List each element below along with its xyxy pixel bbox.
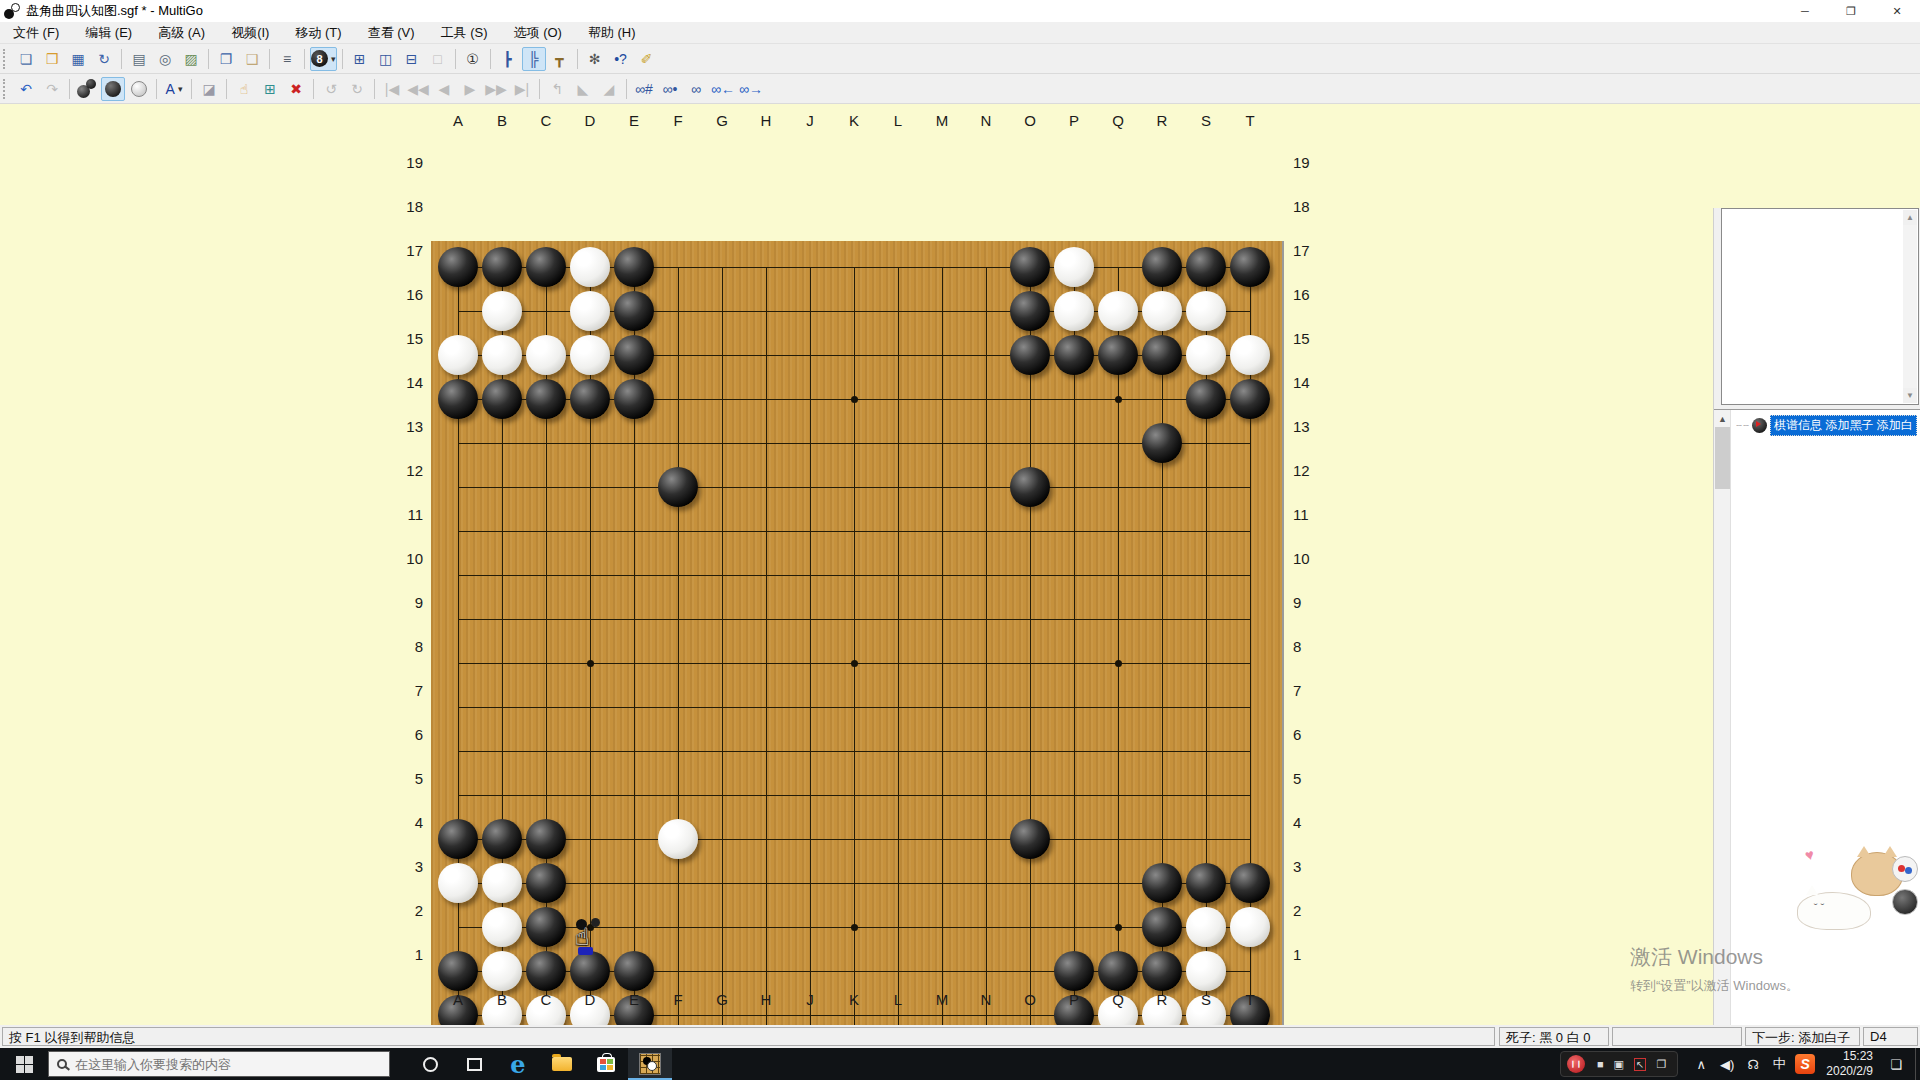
next-variation-button[interactable]: ◢: [597, 77, 621, 101]
row-label-right-7: 7: [1293, 682, 1323, 700]
scroll-thumb[interactable]: [1715, 427, 1730, 489]
col-label-top-A: A: [445, 112, 471, 130]
right-panel: ▲ ▼ ▲ ┄┄ 棋谱信息 添加黑子 添加白 ▼ ◀ ▶: [1713, 208, 1920, 1080]
row-label-left-3: 3: [393, 858, 423, 876]
volume-icon[interactable]: ◀): [1714, 1057, 1740, 1072]
menu-help[interactable]: 帮助 (H): [575, 22, 649, 44]
small-stone-icon: [86, 79, 96, 89]
row-label-right-11: 11: [1293, 506, 1323, 524]
black-stone-S16[interactable]: [1186, 379, 1226, 419]
show-desktop-button[interactable]: [1915, 1048, 1920, 1080]
black-stone-R15[interactable]: [1142, 423, 1182, 463]
menu-file[interactable]: 文件 (F): [0, 22, 72, 44]
white-stone-B5[interactable]: [482, 863, 522, 903]
black-stone-C3[interactable]: [526, 951, 566, 991]
pointer-capture-button[interactable]: ↖: [1634, 1058, 1646, 1071]
col-label-bottom-A: A: [445, 991, 471, 1009]
col-label-top-B: B: [489, 112, 515, 130]
tree-branch-dots: ┄┄: [1736, 420, 1750, 431]
find-move-number-button[interactable]: ∞#: [632, 77, 656, 101]
find-comment-button[interactable]: ∞: [684, 77, 708, 101]
toolbar-grip: [3, 79, 8, 99]
eraser-icon: ◪: [202, 82, 215, 96]
export-image-button[interactable]: ▨: [179, 47, 203, 71]
row-label-right-16: 16: [1293, 286, 1323, 304]
white-stone-S18[interactable]: [1186, 291, 1226, 331]
floating-widget-button-2[interactable]: [1892, 889, 1918, 915]
row-label-right-3: 3: [1293, 858, 1323, 876]
up-variation-icon: ↰: [551, 82, 563, 96]
find-node-icon: ∞•: [663, 82, 678, 96]
white-stone-A5[interactable]: [438, 863, 478, 903]
back-10-icon: ◀◀: [407, 82, 429, 96]
taskbar: e ❙❙ ■ ▣ ↖ ❐ ∧ ◀) ☊ 中 S 15:23 2020/2/9 ❏: [0, 1048, 1920, 1080]
mark-frame-button[interactable]: ⊞: [348, 47, 372, 71]
black-stone-O17[interactable]: [1010, 335, 1050, 375]
col-label-top-O: O: [1017, 112, 1043, 130]
forward-10-button[interactable]: ▶▶: [484, 77, 508, 101]
black-stone-R19[interactable]: [1142, 247, 1182, 287]
title-bar: 盘角曲四认知图.sgf * - MultiGo ─ ❐ ✕: [0, 0, 1920, 22]
col-label-bottom-G: G: [709, 991, 735, 1009]
black-stone-P17[interactable]: [1054, 335, 1094, 375]
go-board[interactable]: A☝: [431, 241, 1284, 1080]
col-label-top-K: K: [841, 112, 867, 130]
floating-widget-button-1[interactable]: [1892, 856, 1918, 882]
toolbar-standard: ❏❒▦↻▤◎▨❐❑≡8▾⊞◫⊟□①┣╠┳✻•?✐: [0, 44, 1920, 74]
recorder-window-button[interactable]: ❐: [1656, 1058, 1666, 1071]
toolbar-separator: [69, 79, 70, 99]
cortana-button[interactable]: [408, 1048, 452, 1080]
row-label-left-5: 5: [393, 770, 423, 788]
start-button[interactable]: [0, 1048, 48, 1080]
tree-root-node[interactable]: ┄┄ 棋谱信息 添加黑子 添加白: [1736, 415, 1919, 436]
nav-forward-icon: ↻: [351, 82, 363, 96]
black-stone-P3[interactable]: [1054, 951, 1094, 991]
row-label-left-11: 11: [393, 506, 423, 524]
open-file-icon: ❒: [46, 52, 59, 66]
col-label-bottom-D: D: [577, 991, 603, 1009]
store-button[interactable]: [584, 1048, 628, 1080]
brush-button[interactable]: ✐: [635, 47, 659, 71]
row-label-right-1: 1: [1293, 946, 1323, 964]
context-help-button[interactable]: •?: [609, 47, 633, 71]
white-stone-S4[interactable]: [1186, 907, 1226, 947]
white-stone-S17[interactable]: [1186, 335, 1226, 375]
floating-edge-buttons: [1892, 856, 1918, 922]
white-stone-T4[interactable]: [1230, 907, 1270, 947]
black-stone-A6[interactable]: [438, 819, 478, 859]
insert-node-icon: ⊞: [264, 82, 276, 96]
black-stone-E16[interactable]: [614, 379, 654, 419]
save-file-icon: ▦: [71, 52, 84, 66]
menu-view[interactable]: 查看 (V): [355, 22, 428, 44]
white-stone-icon: [131, 81, 147, 97]
black-stone-E18[interactable]: [614, 291, 654, 331]
col-label-top-R: R: [1149, 112, 1175, 130]
black-stone-D16[interactable]: [570, 379, 610, 419]
scroll-up-arrow[interactable]: ▲: [1903, 210, 1917, 225]
row-label-left-4: 4: [393, 814, 423, 832]
row-label-left-7: 7: [393, 682, 423, 700]
black-stone-S19[interactable]: [1186, 247, 1226, 287]
find-node-button[interactable]: ∞•: [658, 77, 682, 101]
comment-box[interactable]: ▲ ▼: [1721, 208, 1919, 405]
black-stone-F14[interactable]: [658, 467, 698, 507]
nav-back-button[interactable]: ↺: [319, 77, 343, 101]
label-marker-button[interactable]: A▾: [162, 77, 186, 101]
black-stone-A19[interactable]: [438, 247, 478, 287]
row-label-right-9: 9: [1293, 594, 1323, 612]
sogou-input-icon[interactable]: S: [1795, 1054, 1815, 1074]
black-stone-C19[interactable]: [526, 247, 566, 287]
black-stone-R4[interactable]: [1142, 907, 1182, 947]
col-label-bottom-L: L: [885, 991, 911, 1009]
first-move-button[interactable]: |◀: [380, 77, 404, 101]
status-bar: 按 F1 以得到帮助信息 死子: 黑 0 白 0 下一步: 添加白子 D4: [0, 1025, 1920, 1048]
back-10-button[interactable]: ◀◀: [406, 77, 430, 101]
tools-button[interactable]: ✻: [583, 47, 607, 71]
pan-hand-button[interactable]: ☝: [232, 77, 256, 101]
toolbar-separator: [342, 49, 343, 69]
tree-node-label[interactable]: 棋谱信息 添加黑子 添加白: [1770, 415, 1917, 436]
close-button[interactable]: ✕: [1874, 0, 1920, 22]
number-marker-button[interactable]: ①: [461, 47, 485, 71]
toolbar-separator: [490, 49, 491, 69]
redo-button[interactable]: ↷: [40, 77, 64, 101]
row-label-right-6: 6: [1293, 726, 1323, 744]
black-stone-O18[interactable]: [1010, 291, 1050, 331]
hidden-icons-chevron[interactable]: ∧: [1688, 1057, 1714, 1072]
toolbar-separator: [156, 79, 157, 99]
stop-recording-button[interactable]: ■: [1597, 1058, 1604, 1070]
status-dead-stones: 死子: 黑 0 白 0: [1499, 1027, 1609, 1046]
col-label-bottom-O: O: [1017, 991, 1043, 1009]
scroll-up-arrow[interactable]: ▲: [1714, 410, 1731, 427]
black-stone-A16[interactable]: [438, 379, 478, 419]
toolbar-separator: [626, 79, 627, 99]
task-view-button[interactable]: [452, 1048, 496, 1080]
mark-dashed-icon: ⊟: [406, 52, 418, 66]
menu-move[interactable]: 移动 (T): [282, 22, 354, 44]
reload-file-button[interactable]: ↻: [92, 47, 116, 71]
eraser-button[interactable]: ◪: [197, 77, 221, 101]
white-stone-D19[interactable]: [570, 247, 610, 287]
delete-node-button[interactable]: ✖: [284, 77, 308, 101]
black-stone-T16[interactable]: [1230, 379, 1270, 419]
find-next-button[interactable]: ∞→: [738, 77, 764, 101]
black-stone-Q3[interactable]: [1098, 951, 1138, 991]
setup-stones-button[interactable]: [75, 77, 99, 101]
col-label-top-H: H: [753, 112, 779, 130]
client-area: A☝ ▲ ▼ ▲ ┄┄ 棋谱信息 添加黑子 添加白: [0, 104, 1920, 1025]
redo-icon: ↷: [46, 82, 58, 96]
menu-edit[interactable]: 编辑 (E): [72, 22, 145, 44]
white-stone-C17[interactable]: [526, 335, 566, 375]
white-stone-P18[interactable]: [1054, 291, 1094, 331]
add-white-stone-button[interactable]: [127, 77, 151, 101]
tree-layout-1-icon: ┣: [503, 52, 511, 66]
search-input[interactable]: [75, 1057, 355, 1072]
white-stone-B18[interactable]: [482, 291, 522, 331]
status-next-step: 下一步: 添加白子: [1745, 1027, 1860, 1046]
heart-icon: ♥: [1803, 845, 1816, 864]
black-stone-R17[interactable]: [1142, 335, 1182, 375]
toolbar-separator: [208, 49, 209, 69]
black-stone-D3[interactable]: [570, 951, 610, 991]
col-label-top-M: M: [929, 112, 955, 130]
find-prev-button[interactable]: ∞←: [710, 77, 736, 101]
white-stone-B17[interactable]: [482, 335, 522, 375]
scroll-down-arrow[interactable]: ▼: [1903, 388, 1917, 403]
white-stone-R18[interactable]: [1142, 291, 1182, 331]
mark-lines-icon: ◫: [379, 52, 392, 66]
open-file-button[interactable]: ❒: [40, 47, 64, 71]
minimize-button[interactable]: ─: [1782, 0, 1828, 22]
black-stone-E19[interactable]: [614, 247, 654, 287]
context-help-icon: •?: [614, 52, 627, 66]
row-label-right-4: 4: [1293, 814, 1323, 832]
nav-forward-button[interactable]: ↻: [345, 77, 369, 101]
menu-tools[interactable]: 工具 (S): [428, 22, 501, 44]
nav-back-icon: ↺: [325, 82, 337, 96]
black-stone-R3[interactable]: [1142, 951, 1182, 991]
row-label-right-19: 19: [1293, 154, 1323, 172]
black-stone-C16[interactable]: [526, 379, 566, 419]
copy-button[interactable]: ❐: [214, 47, 238, 71]
white-stone-B4[interactable]: [482, 907, 522, 947]
dropdown-arrow-icon: ▾: [178, 84, 183, 94]
row-label-right-13: 13: [1293, 418, 1323, 436]
network-icon[interactable]: ☊: [1740, 1057, 1766, 1072]
col-label-bottom-N: N: [973, 991, 999, 1009]
tree-node-stone-icon: [1752, 418, 1767, 433]
black-stone-S5[interactable]: [1186, 863, 1226, 903]
toolbar-separator: [313, 79, 314, 99]
row-label-left-15: 15: [393, 330, 423, 348]
col-label-top-P: P: [1061, 112, 1087, 130]
game-info-icon: ≡: [283, 52, 291, 66]
col-label-top-J: J: [797, 112, 823, 130]
black-stone-C5[interactable]: [526, 863, 566, 903]
first-move-icon: |◀: [385, 82, 399, 96]
col-label-top-E: E: [621, 112, 647, 130]
row-label-right-10: 10: [1293, 550, 1323, 568]
black-stone-O14[interactable]: [1010, 467, 1050, 507]
paste-button[interactable]: ❑: [240, 47, 264, 71]
dropdown-arrow-icon: ▾: [331, 54, 336, 64]
cursor-cuff: [578, 947, 593, 955]
white-stone-D17[interactable]: [570, 335, 610, 375]
print-preview-button[interactable]: ◎: [153, 47, 177, 71]
black-stone-O6[interactable]: [1010, 819, 1050, 859]
black-stone-T5[interactable]: [1230, 863, 1270, 903]
row-label-left-14: 14: [393, 374, 423, 392]
mark-frame-icon: ⊞: [354, 52, 366, 66]
black-stone-B19[interactable]: [482, 247, 522, 287]
black-stone-icon: [105, 81, 121, 97]
black-stone-O19[interactable]: [1010, 247, 1050, 287]
mark-lines-button[interactable]: ◫: [374, 47, 398, 71]
search-icon: [57, 1059, 67, 1069]
prev-variation-icon: ◣: [578, 82, 589, 96]
pause-recording-button[interactable]: ❙❙: [1567, 1055, 1585, 1073]
status-help-text: 按 F1 以得到帮助信息: [2, 1027, 1495, 1046]
col-label-top-S: S: [1193, 112, 1219, 130]
row-label-left-10: 10: [393, 550, 423, 568]
game-info-button[interactable]: ≡: [275, 47, 299, 71]
white-stone-P19[interactable]: [1054, 247, 1094, 287]
print-button[interactable]: ▤: [127, 47, 151, 71]
action-center-icon[interactable]: ❏: [1883, 1057, 1909, 1072]
game-tree-panel[interactable]: ▲ ┄┄ 棋谱信息 添加黑子 添加白 ▼ ◀ ▶: [1714, 409, 1920, 1080]
new-file-button[interactable]: ❏: [14, 47, 38, 71]
tree-layout-2-button[interactable]: ╠: [522, 47, 546, 71]
recorder-widget[interactable]: ❙❙ ■ ▣ ↖ ❐: [1560, 1051, 1678, 1077]
star-point-K4: [851, 924, 858, 931]
toolbar-separator: [374, 79, 375, 99]
menu-options[interactable]: 选项 (O): [501, 22, 575, 44]
add-black-stone-button[interactable]: [101, 77, 125, 101]
star-point-Q4: [1115, 924, 1122, 931]
multigo-app-icon: [4, 3, 20, 19]
folder-icon: [552, 1057, 572, 1071]
comment-scrollbar[interactable]: ▲ ▼: [1903, 210, 1917, 403]
find-comment-icon: ∞: [691, 82, 701, 96]
tools-icon: ✻: [589, 52, 601, 66]
setup-stones-icon: [77, 79, 97, 99]
star-point-K16: [851, 396, 858, 403]
status-coordinate: D4: [1863, 1027, 1918, 1046]
back-1-icon: ◀: [439, 82, 450, 96]
label-marker-icon: A: [166, 82, 175, 96]
last-move-button[interactable]: ▶|: [510, 77, 534, 101]
black-stone-R5[interactable]: [1142, 863, 1182, 903]
taskbar-clock[interactable]: 15:23 2020/2/9: [1826, 1049, 1873, 1079]
tree-layout-3-icon: ┳: [555, 52, 563, 66]
multigo-taskbar-button[interactable]: [628, 1048, 672, 1080]
row-label-right-2: 2: [1293, 902, 1323, 920]
find-move-number-icon: ∞#: [635, 82, 653, 96]
black-stone-E17[interactable]: [614, 335, 654, 375]
col-label-top-G: G: [709, 112, 735, 130]
row-label-right-14: 14: [1293, 374, 1323, 392]
file-explorer-button[interactable]: [540, 1048, 584, 1080]
white-stone-D18[interactable]: [570, 291, 610, 331]
row-label-right-5: 5: [1293, 770, 1323, 788]
black-stone-Q17[interactable]: [1098, 335, 1138, 375]
black-stone-B6[interactable]: [482, 819, 522, 859]
col-label-bottom-B: B: [489, 991, 515, 1009]
toolbar-edit-nav: ↶↷A▾◪☝⊞✖↺↻|◀◀◀◀▶▶▶▶|↰◣◢∞#∞•∞∞←∞→: [0, 74, 1920, 104]
col-label-top-T: T: [1237, 112, 1263, 130]
white-stone-A17[interactable]: [438, 335, 478, 375]
tree-vertical-scrollbar[interactable]: ▲: [1714, 410, 1731, 1080]
new-file-icon: ❏: [20, 52, 33, 66]
black-stone-C6[interactable]: [526, 819, 566, 859]
col-label-bottom-F: F: [665, 991, 691, 1009]
row-label-left-13: 13: [393, 418, 423, 436]
undo-button[interactable]: ↶: [14, 77, 38, 101]
black-stone-C4[interactable]: [526, 907, 566, 947]
menu-advanced[interactable]: 高级 (A): [145, 22, 218, 44]
undo-icon: ↶: [20, 82, 32, 96]
back-1-button[interactable]: ◀: [432, 77, 456, 101]
save-file-button[interactable]: ▦: [66, 47, 90, 71]
col-label-top-C: C: [533, 112, 559, 130]
taskbar-search[interactable]: [48, 1051, 390, 1077]
toolbar-separator: [304, 49, 305, 69]
reload-file-icon: ↻: [98, 52, 110, 66]
find-next-icon: ∞→: [739, 82, 763, 96]
row-label-left-19: 19: [393, 154, 423, 172]
row-label-right-15: 15: [1293, 330, 1323, 348]
row-label-left-8: 8: [393, 638, 423, 656]
mark-dashed-button[interactable]: ⊟: [400, 47, 424, 71]
menu-video[interactable]: 视频(I): [218, 22, 282, 44]
row-label-left-16: 16: [393, 286, 423, 304]
forward-1-button[interactable]: ▶: [458, 77, 482, 101]
black-stone-E3[interactable]: [614, 951, 654, 991]
col-label-bottom-S: S: [1193, 991, 1219, 1009]
find-prev-icon: ∞←: [711, 82, 735, 96]
white-stone-T17[interactable]: [1230, 335, 1270, 375]
cat-white: [1797, 892, 1871, 930]
last-move-icon: ▶|: [515, 82, 529, 96]
white-stone-B3[interactable]: [482, 951, 522, 991]
black-stone-B16[interactable]: [482, 379, 522, 419]
col-label-bottom-H: H: [753, 991, 779, 1009]
forward-1-icon: ▶: [465, 82, 476, 96]
prev-variation-button[interactable]: ◣: [571, 77, 595, 101]
tree-layout-1-button[interactable]: ┣: [496, 47, 520, 71]
star-point-D10: [587, 660, 594, 667]
number-marker-icon: ①: [466, 52, 479, 66]
toolbar-separator: [121, 49, 122, 69]
tree-layout-3-button[interactable]: ┳: [548, 47, 572, 71]
edge-button[interactable]: e: [496, 1048, 540, 1080]
screenshot-button[interactable]: ▣: [1614, 1058, 1624, 1071]
row-label-left-9: 9: [393, 594, 423, 612]
row-label-right-17: 17: [1293, 242, 1323, 260]
restore-button[interactable]: ❐: [1828, 0, 1874, 22]
mark-blank-button[interactable]: □: [426, 47, 450, 71]
black-stone-T19[interactable]: [1230, 247, 1270, 287]
system-tray: ❙❙ ■ ▣ ↖ ❐ ∧ ◀) ☊ 中 S 15:23 2020/2/9 ❏: [1560, 1048, 1920, 1080]
move-number-display-button[interactable]: 8▾: [310, 47, 337, 71]
white-stone-S3[interactable]: [1186, 951, 1226, 991]
row-label-left-1: 1: [393, 946, 423, 964]
row-label-left-18: 18: [393, 198, 423, 216]
toolbar-separator: [577, 49, 578, 69]
insert-node-button[interactable]: ⊞: [258, 77, 282, 101]
white-stone-Q18[interactable]: [1098, 291, 1138, 331]
copy-icon: ❐: [220, 52, 233, 66]
window-title: 盘角曲四认知图.sgf * - MultiGo: [26, 2, 203, 20]
black-stone-A3[interactable]: [438, 951, 478, 991]
star-point-K10: [851, 660, 858, 667]
brush-icon: ✐: [641, 52, 653, 66]
print-preview-icon: ◎: [159, 52, 171, 66]
edge-icon: e: [510, 1050, 525, 1079]
up-variation-button[interactable]: ↰: [545, 77, 569, 101]
col-label-bottom-K: K: [841, 991, 867, 1009]
multigo-icon: [639, 1053, 661, 1075]
task-view-icon: [467, 1058, 482, 1071]
input-method-indicator[interactable]: 中: [1766, 1055, 1792, 1073]
move-number-icon: 8: [311, 50, 328, 67]
white-stone-F6[interactable]: [658, 819, 698, 859]
